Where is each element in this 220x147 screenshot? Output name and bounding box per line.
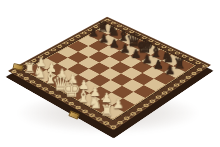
chess-board: ♜♞♝♛♚♝♞♜♟♟♟♟♟♟♟♟♟♟♟♟♟♟♟♟♜♞♝♛♚♝♞♜ [8, 17, 212, 131]
chess-set-photo: ♜♞♝♛♚♝♞♜♟♟♟♟♟♟♟♟♟♟♟♟♟♟♟♟♜♞♝♛♚♝♞♜ [0, 0, 220, 147]
piece-black-pawn-a7: ♟ [88, 27, 98, 38]
piece-black-pawn-c7: ♟ [109, 37, 119, 49]
board-squares: ♜♞♝♛♚♝♞♜♟♟♟♟♟♟♟♟♟♟♟♟♟♟♟♟♜♞♝♛♚♝♞♜ [23, 24, 195, 120]
piece-black-pawn-e7: ♟ [130, 48, 141, 60]
piece-black-pawn-g7: ♟ [153, 59, 164, 71]
piece-black-pawn-b7: ♟ [98, 32, 108, 43]
piece-black-pawn-d7: ♟ [120, 43, 131, 55]
piece-black-pawn-f7: ♟ [141, 53, 152, 65]
piece-white-rook-h1: ♜ [100, 102, 114, 117]
piece-black-pawn-h7: ♟ [164, 64, 175, 76]
perspective-scene: ♜♞♝♛♚♝♞♜♟♟♟♟♟♟♟♟♟♟♟♟♟♟♟♟♜♞♝♛♚♝♞♜ [0, 0, 220, 147]
